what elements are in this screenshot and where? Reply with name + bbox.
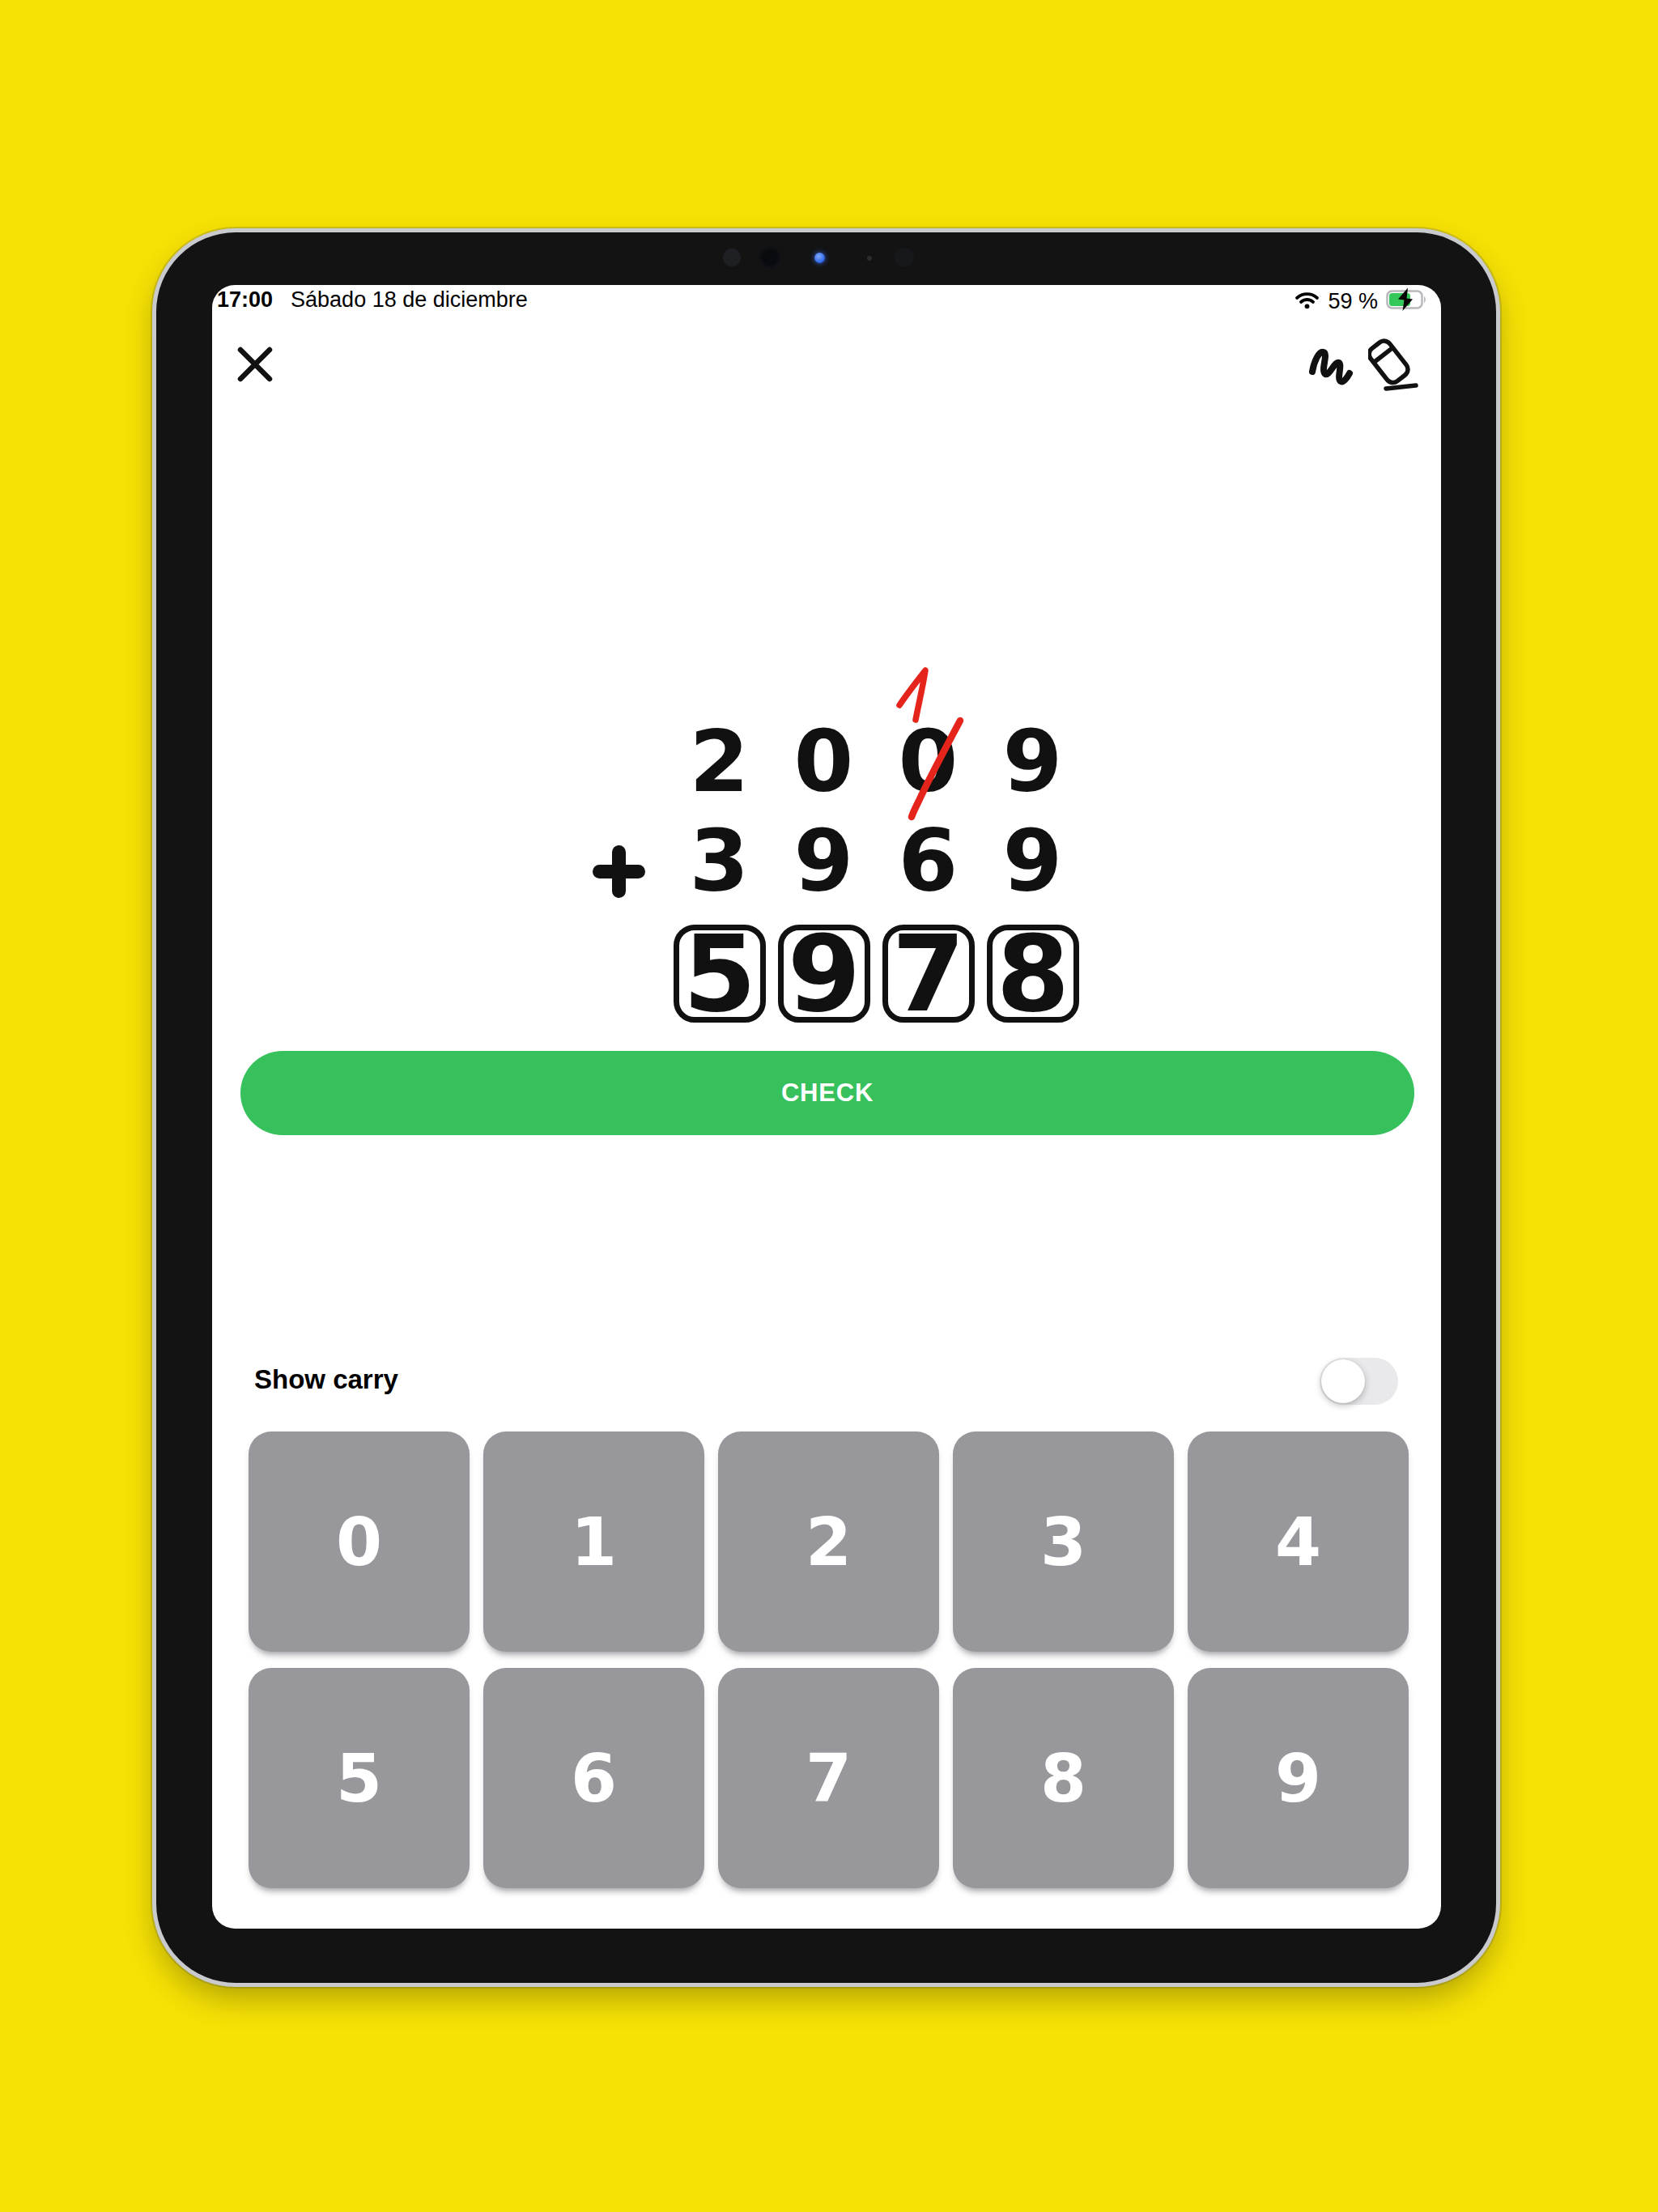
key-label: 8 [1040,1740,1086,1817]
toggle-knob [1321,1359,1365,1403]
answer-box-units[interactable]: 8 [987,925,1079,1023]
status-bar-left: 17:00 Sábado 18 de diciembre [217,287,528,313]
addend-top-digit: 9 [980,730,1085,793]
camera-sensor-dot-2 [895,248,914,267]
answer-box-hundreds[interactable]: 9 [778,925,870,1023]
answer-box-tens[interactable]: 7 [882,925,975,1023]
addend-bottom-row: 3 9 6 9 [667,830,1085,892]
addend-top-digit: 2 [667,730,772,793]
scribble-pen-icon [1308,375,1355,389]
key-label: 9 [1275,1740,1321,1817]
addend-bottom-digit: 9 [772,830,876,892]
volume-up-button [1490,354,1507,413]
ipad-device-frame: 17:00 Sábado 18 de diciembre 59 % [156,232,1496,1983]
close-x-icon [234,374,276,388]
show-carry-label: Show carry [254,1364,398,1395]
wifi-icon [1295,290,1320,313]
answer-digit: 9 [788,912,861,1036]
key-label: 2 [806,1504,852,1580]
eraser-icon [1368,382,1420,396]
addend-bottom-digit: 9 [980,830,1085,892]
check-button-label: CHECK [781,1078,874,1108]
key-label: 5 [336,1740,382,1817]
answer-digit: 8 [997,912,1069,1036]
key-label: 6 [571,1740,617,1817]
addend-bottom-digit: 6 [876,830,980,892]
key-9[interactable]: 9 [1188,1668,1409,1888]
key-label: 3 [1040,1504,1086,1580]
addend-top-row: 2 0 0 9 [667,730,1085,793]
answer-box-thousands[interactable]: 5 [674,925,766,1023]
key-0[interactable]: 0 [249,1431,470,1652]
camera-indicator-blue-dot [814,253,825,263]
app-screen: 17:00 Sábado 18 de diciembre 59 % [212,285,1441,1929]
key-8[interactable]: 8 [953,1668,1174,1888]
addend-top-digit-struck: 0 [876,730,980,793]
battery-charging-icon [1386,287,1428,315]
key-label: 1 [571,1504,617,1580]
eraser-tool-button[interactable] [1368,337,1420,393]
key-2[interactable]: 2 [718,1431,939,1652]
plus-operator [593,845,645,898]
status-time: 17:00 [217,287,273,313]
camera-sensor-dot [723,249,741,266]
front-camera-lens [759,246,781,269]
key-label: 7 [806,1740,852,1817]
power-button [1344,222,1420,238]
key-1[interactable]: 1 [483,1431,704,1652]
key-6[interactable]: 6 [483,1668,704,1888]
battery-percent: 59 % [1328,289,1378,314]
answer-digit: 7 [892,912,965,1036]
key-5[interactable]: 5 [249,1668,470,1888]
addend-bottom-digit: 3 [667,830,772,892]
status-date: Sábado 18 de diciembre [291,287,528,313]
key-label: 4 [1275,1504,1321,1580]
status-bar-right: 59 % [1295,287,1428,315]
key-4[interactable]: 4 [1188,1431,1409,1652]
close-button[interactable] [234,343,276,385]
ambient-sensor-dot [867,256,872,261]
key-3[interactable]: 3 [953,1431,1174,1652]
number-keypad: 0 1 2 3 4 5 6 7 8 9 [249,1431,1409,1888]
key-7[interactable]: 7 [718,1668,939,1888]
addend-top-digit: 0 [772,730,876,793]
volume-down-button [1490,432,1507,491]
answer-digit: 5 [683,912,756,1036]
key-label: 0 [336,1504,382,1580]
show-carry-toggle[interactable] [1320,1358,1398,1405]
draw-tool-button[interactable] [1308,344,1355,386]
check-button[interactable]: CHECK [240,1051,1414,1135]
answer-box-row: 5 9 7 8 [667,925,1085,1023]
